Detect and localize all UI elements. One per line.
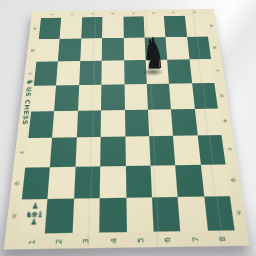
photo-scene: 12345678 12345678 abcfgh abcdefgh ♞ US C… [0,0,256,256]
rank-label-slot: 7 [181,231,210,247]
square-g7 [175,165,203,197]
chess-board: 12345678 12345678 abcfgh abcdefgh ♞ US C… [4,9,250,250]
rank-labels-bottom: 12345678 [17,230,237,249]
rank-label: 1 [49,14,53,16]
rank-label: 5 [136,237,145,243]
file-label: f [226,149,233,151]
square-c1 [34,61,58,85]
file-label: d [218,93,225,96]
square-e7 [171,108,197,136]
square-a8 [185,15,208,36]
rank-label: 8 [192,11,196,13]
rank-label-slot: 2 [44,233,72,249]
square-c7 [167,59,191,83]
square-f1 [25,138,52,168]
square-b7 [166,37,190,60]
rank-label-slot: 6 [153,231,181,247]
square-h6 [152,197,181,232]
square-e5 [124,109,149,137]
knight-logo-icon: ♞ [25,79,33,85]
square-h3 [72,198,100,233]
file-label: a [32,27,38,30]
rank-label-slot: 4 [99,232,127,248]
square-d1 [31,85,56,111]
rank-label: 6 [152,12,156,14]
file-label: g [230,178,237,182]
square-b3 [80,38,102,61]
file-label: h [235,211,243,215]
file-label-slot: b [208,36,221,59]
rank-label-slot: 1 [17,233,46,249]
square-d7 [169,83,194,109]
rank-label: 2 [70,13,74,15]
square-e1 [28,111,54,139]
rank-label: 7 [172,12,176,14]
square-a4 [102,17,123,38]
square-g4 [100,166,126,198]
square-c2 [56,61,80,85]
board-grid [18,15,234,233]
square-g1 [22,167,50,199]
file-label: g [14,181,21,185]
square-a2 [60,17,82,38]
rank-label-slot: 2 [61,11,82,18]
square-b2 [58,38,81,61]
rank-label: 5 [131,12,135,14]
rank-label-slot: 5 [126,232,154,248]
file-label: b [211,46,217,49]
file-label: f [18,152,25,154]
rank-label-slot: 4 [103,10,124,17]
file-label: c [215,69,221,72]
rank-label-slot: 1 [41,11,62,18]
square-e6 [148,109,173,137]
square-h4 [99,198,126,233]
rank-label: 3 [90,13,94,15]
file-label: b [30,49,36,52]
square-d4 [101,84,124,110]
rank-label: 8 [217,235,226,241]
square-f7 [173,136,200,166]
square-e3 [77,110,102,138]
square-d2 [54,85,78,111]
rank-label-slot: 3 [72,232,100,248]
square-f4 [100,137,125,167]
square-c4 [102,60,125,84]
rank-label: 4 [109,237,118,243]
square-h7 [178,197,208,232]
square-e4 [101,110,125,138]
square-a1 [39,18,62,39]
rank-label: 7 [190,236,199,242]
rank-label-slot: 6 [143,10,164,17]
file-label-slot: e [218,108,233,135]
square-g5 [125,166,152,198]
square-b4 [102,38,124,61]
emblem-row: ♟ [30,219,36,227]
file-label-slot: c [211,59,225,83]
square-d5 [124,84,148,110]
square-f6 [149,136,175,166]
square-f3 [75,137,100,167]
rank-label: 2 [54,238,63,244]
rank-label-slot: 3 [82,11,103,18]
square-b8 [187,36,211,59]
black-knight-piece: ♞ [140,32,168,74]
square-d6 [147,83,172,109]
file-label: e [222,120,229,123]
square-h5 [126,198,154,233]
rank-label-slot: 8 [208,230,237,246]
square-g6 [150,166,177,198]
rank-label-slot: 8 [184,9,205,16]
square-f2 [50,138,76,168]
square-h2 [45,199,74,234]
square-g2 [48,167,75,199]
square-b1 [36,39,60,62]
file-label-slot: d [214,82,228,108]
us-chess-diamond-logo-icon: ♟♞♚♝♟ [21,200,46,230]
square-d3 [78,84,102,110]
square-c3 [79,60,102,84]
rank-label: 3 [81,238,90,244]
rank-label-slot: 5 [123,10,144,17]
square-e2 [52,110,77,138]
file-label: h [10,214,18,218]
square-a3 [81,17,102,38]
rank-label: 6 [163,236,172,242]
square-f5 [125,137,151,167]
file-label-slot: a [205,15,218,36]
rank-label-slot: 7 [164,9,185,16]
square-g3 [74,167,100,199]
file-label: a [208,24,214,27]
rank-label: 1 [26,238,35,244]
rank-label: 4 [111,13,115,15]
